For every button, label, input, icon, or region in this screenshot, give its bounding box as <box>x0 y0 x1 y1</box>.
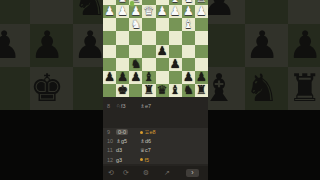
black-bishop-c8[interactable]: ♝ <box>169 84 182 97</box>
black-pawn-c6[interactable]: ♟ <box>169 58 182 71</box>
square-c6[interactable]: ♟ <box>169 58 182 71</box>
background-piece-silhouette: ♟ <box>0 23 21 67</box>
square-g7[interactable]: ♟ <box>116 71 129 84</box>
square-h6[interactable] <box>103 58 116 71</box>
square-a8[interactable]: ♜ <box>195 84 208 97</box>
square-f6[interactable]: ♞ <box>129 58 142 71</box>
chess-board: ♚♜♝♞♜♟♟♟♛♟♟♟♟♞♝♟♞♟♟♟♟♝♟♟♚♜♛♝♞♜ <box>103 0 208 97</box>
square-h8[interactable] <box>103 84 116 97</box>
background-piece-silhouette: ♞ <box>245 66 279 110</box>
background-piece-silhouette: ♟ <box>30 23 64 67</box>
white-pawn-d2[interactable]: ♟ <box>156 5 169 18</box>
white-move[interactable]: g3 <box>116 157 140 163</box>
square-g6[interactable] <box>116 58 129 71</box>
move-list: 90-0♖e810♗g5♗d611d3♕c712g3f5 <box>103 128 208 164</box>
square-f7[interactable]: ♟ <box>129 71 142 84</box>
video-strip: ♚♜♝♞♜♟♟♟♛♟♟♟♟♞♝♟♞♟♟♟♟♝♟♟♚♜♛♝♞♜ 8♘f3♗e7 9… <box>103 0 208 180</box>
move-number: 9 <box>103 129 116 135</box>
background-square <box>30 0 73 24</box>
square-e8[interactable]: ♜ <box>142 84 155 97</box>
square-a4[interactable] <box>195 31 208 44</box>
settings-icon[interactable]: ⚙ <box>143 166 149 180</box>
move-row: 12g3f5 <box>103 155 208 164</box>
background-square: ♝ <box>202 67 245 110</box>
background-square: ♟ <box>202 0 245 24</box>
black-move[interactable]: ♗e7 <box>140 103 208 109</box>
square-g4[interactable] <box>116 31 129 44</box>
move-number: 10 <box>103 138 116 144</box>
background-square: ♟ <box>245 24 288 67</box>
square-c7[interactable] <box>169 71 182 84</box>
square-e4[interactable] <box>142 31 155 44</box>
background-piece-silhouette: ♞ <box>73 0 107 24</box>
square-g3[interactable] <box>116 18 129 31</box>
video-frame: ♞♟♟♟♟♝♟♟♚♜♛♝♞♜ 8 ♞ f3 ♚♜♝♞♜♟♟♟♛♟♟♟♟♞♝♟♞♟… <box>0 0 320 180</box>
move-quality-badge-icon <box>130 1 135 6</box>
square-b8[interactable]: ♞ <box>182 84 195 97</box>
square-d8[interactable]: ♛ <box>156 84 169 97</box>
black-rook-a8[interactable]: ♜ <box>195 84 208 97</box>
square-d3[interactable] <box>156 18 169 31</box>
background-square: ♜ <box>288 67 320 110</box>
square-e3[interactable] <box>142 18 155 31</box>
white-knight-f3[interactable]: ♞ <box>129 18 142 31</box>
square-c3[interactable] <box>169 18 182 31</box>
white-move[interactable]: 0-0 <box>116 129 140 135</box>
move-row: 90-0♖e8 <box>103 128 208 137</box>
black-move[interactable]: ♖e8 <box>140 129 208 135</box>
black-move-text: ♕c7 <box>140 147 151 153</box>
background-square <box>245 0 288 24</box>
square-b4[interactable] <box>182 31 195 44</box>
square-h4[interactable] <box>103 31 116 44</box>
square-h7[interactable]: ♟ <box>103 71 116 84</box>
square-h5[interactable] <box>103 45 116 58</box>
square-f8[interactable] <box>129 84 142 97</box>
white-move[interactable]: ♗g5 <box>116 138 140 144</box>
background-square: ♟ <box>0 24 30 67</box>
square-b3[interactable]: ♝ <box>182 18 195 31</box>
square-a3[interactable] <box>195 18 208 31</box>
mistake-badge-icon <box>140 158 143 161</box>
square-b7[interactable]: ♟ <box>182 71 195 84</box>
move-row: 8♘f3♗e7 <box>103 102 208 111</box>
square-d6[interactable] <box>156 58 169 71</box>
square-b5[interactable] <box>182 45 195 58</box>
square-g2[interactable]: ♟ <box>116 5 129 18</box>
black-move-text: ♗e7 <box>140 103 151 109</box>
black-move-text: ♖e8 <box>145 129 156 135</box>
background-piece-silhouette: ♚ <box>30 66 64 110</box>
white-pawn-a2[interactable]: ♟ <box>195 5 208 18</box>
background-piece-silhouette: ♟ <box>245 23 279 67</box>
square-a6[interactable] <box>195 58 208 71</box>
square-h2[interactable]: ♟ <box>103 5 116 18</box>
black-move-text: ♗d6 <box>140 138 151 144</box>
next-move-button[interactable]: › <box>186 169 199 178</box>
move-row: 11d3♕c7 <box>103 146 208 155</box>
background-piece-silhouette: ♟ <box>288 23 320 67</box>
background-square <box>288 0 320 24</box>
square-g5[interactable] <box>116 45 129 58</box>
background-square: ♚ <box>30 67 73 110</box>
background-square: ♟ <box>30 24 73 67</box>
move-number: 12 <box>103 157 116 163</box>
white-queen-e2[interactable]: ♛ <box>142 5 155 18</box>
square-d7[interactable] <box>156 71 169 84</box>
white-pawn-h2[interactable]: ♟ <box>103 5 116 18</box>
move-number: 8 <box>103 103 116 109</box>
square-a2[interactable]: ♟ <box>195 5 208 18</box>
square-e5[interactable] <box>142 45 155 58</box>
redo-icon[interactable]: ⟳ <box>123 166 129 180</box>
square-c4[interactable] <box>169 31 182 44</box>
background-piece-silhouette: ♟ <box>73 23 107 67</box>
background-square <box>202 24 245 67</box>
square-c8[interactable]: ♝ <box>169 84 182 97</box>
black-move[interactable]: f5 <box>140 157 208 163</box>
black-move[interactable]: ♗d6 <box>140 138 208 144</box>
background-piece-silhouette: ♜ <box>288 66 320 110</box>
black-rook-e8[interactable]: ♜ <box>142 84 155 97</box>
square-c2[interactable]: ♟ <box>169 5 182 18</box>
square-d4[interactable] <box>156 31 169 44</box>
square-g8[interactable]: ♚ <box>116 84 129 97</box>
square-c5[interactable] <box>169 45 182 58</box>
square-e7[interactable]: ♝ <box>142 71 155 84</box>
square-f3[interactable]: ♞ <box>129 18 142 31</box>
mistake-badge-icon <box>140 131 143 134</box>
black-pawn-d5[interactable]: ♟ <box>156 45 169 58</box>
background-square <box>0 67 30 110</box>
black-queen-d8[interactable]: ♛ <box>156 84 169 97</box>
undo-icon[interactable]: ⟲ <box>108 166 114 180</box>
square-f4[interactable] <box>129 31 142 44</box>
square-e2[interactable]: ♛ <box>142 5 155 18</box>
current-move-highlight: 0-0 <box>116 129 128 135</box>
background-square: ♟ <box>288 24 320 67</box>
square-d2[interactable]: ♟ <box>156 5 169 18</box>
square-a7[interactable]: ♟ <box>195 71 208 84</box>
square-a5[interactable] <box>195 45 208 58</box>
background-square <box>0 0 30 24</box>
white-bishop-b3[interactable]: ♝ <box>182 18 195 31</box>
white-move[interactable]: ♘f3 <box>116 103 140 109</box>
toolbar: ⟲⟳⚙↗› <box>103 166 208 180</box>
share-icon[interactable]: ↗ <box>164 166 170 180</box>
square-d5[interactable]: ♟ <box>156 45 169 58</box>
background-square: ♞ <box>245 67 288 110</box>
black-move[interactable]: ♕c7 <box>140 147 208 153</box>
move-number: 11 <box>103 147 116 153</box>
black-pawn-f7[interactable]: ♟ <box>129 71 142 84</box>
white-move[interactable]: d3 <box>116 147 140 153</box>
black-move-text: f5 <box>145 157 150 163</box>
square-e6[interactable] <box>142 58 155 71</box>
white-pawn-c2[interactable]: ♟ <box>169 5 182 18</box>
white-pawn-g2[interactable]: ♟ <box>116 5 129 18</box>
black-king-g8[interactable]: ♚ <box>116 84 129 97</box>
square-b6[interactable] <box>182 58 195 71</box>
square-h3[interactable] <box>103 18 116 31</box>
black-pawn-h7[interactable]: ♟ <box>103 71 116 84</box>
black-knight-b8[interactable]: ♞ <box>182 84 195 97</box>
move-row: 10♗g5♗d6 <box>103 137 208 146</box>
square-f5[interactable] <box>129 45 142 58</box>
